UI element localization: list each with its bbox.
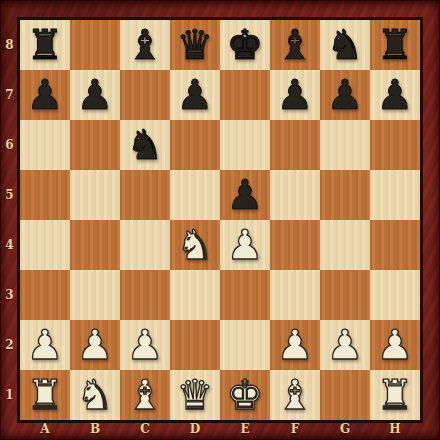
square-b2[interactable]: ♟ — [70, 320, 120, 370]
black-pawn-e5[interactable]: ♟ — [227, 170, 264, 220]
square-e2[interactable] — [220, 320, 270, 370]
rank-label-2: 2 — [0, 320, 17, 370]
black-pawn-b7[interactable]: ♟ — [77, 70, 114, 120]
board-outline: ♜♝♛♚♝♞♜♟♟♟♟♟♟♞♟♞♟♟♟♟♟♟♟♜♞♝♛♚♝♜ — [17, 17, 423, 423]
square-h1[interactable]: ♜ — [370, 370, 420, 420]
file-label-g: G — [320, 420, 370, 437]
square-b8[interactable] — [70, 20, 120, 70]
square-a5[interactable] — [20, 170, 70, 220]
square-a3[interactable] — [20, 270, 70, 320]
square-e5[interactable]: ♟ — [220, 170, 270, 220]
square-h5[interactable] — [370, 170, 420, 220]
black-pawn-d7[interactable]: ♟ — [177, 70, 214, 120]
square-f3[interactable] — [270, 270, 320, 320]
file-label-f: F — [270, 420, 320, 437]
square-f5[interactable] — [270, 170, 320, 220]
square-e1[interactable]: ♚ — [220, 370, 270, 420]
white-bishop-f1[interactable]: ♝ — [277, 370, 314, 420]
square-g5[interactable] — [320, 170, 370, 220]
rank-label-1: 1 — [0, 370, 17, 420]
square-e3[interactable] — [220, 270, 270, 320]
square-d1[interactable]: ♛ — [170, 370, 220, 420]
square-b5[interactable] — [70, 170, 120, 220]
black-pawn-g7[interactable]: ♟ — [327, 70, 364, 120]
white-pawn-h2[interactable]: ♟ — [377, 320, 414, 370]
file-labels: ABCDEFGH — [20, 420, 420, 437]
file-label-c: C — [120, 420, 170, 437]
square-g4[interactable] — [320, 220, 370, 270]
square-c3[interactable] — [120, 270, 170, 320]
square-c2[interactable]: ♟ — [120, 320, 170, 370]
rank-labels: 87654321 — [0, 20, 17, 420]
square-c6[interactable]: ♞ — [120, 120, 170, 170]
file-label-h: H — [370, 420, 420, 437]
square-h6[interactable] — [370, 120, 420, 170]
black-pawn-h7[interactable]: ♟ — [377, 70, 414, 120]
rank-label-8: 8 — [0, 20, 17, 70]
square-e6[interactable] — [220, 120, 270, 170]
square-f6[interactable] — [270, 120, 320, 170]
square-b3[interactable] — [70, 270, 120, 320]
board-frame: 87654321 ♜♝♛♚♝♞♜♟♟♟♟♟♟♞♟♞♟♟♟♟♟♟♟♜♞♝♛♚♝♜ … — [0, 0, 440, 440]
square-d5[interactable] — [170, 170, 220, 220]
square-c7[interactable] — [120, 70, 170, 120]
white-knight-d4[interactable]: ♞ — [177, 220, 214, 270]
rank-label-4: 4 — [0, 220, 17, 270]
rank-label-6: 6 — [0, 120, 17, 170]
square-c5[interactable] — [120, 170, 170, 220]
square-h7[interactable]: ♟ — [370, 70, 420, 120]
black-pawn-a7[interactable]: ♟ — [27, 70, 64, 120]
square-f7[interactable]: ♟ — [270, 70, 320, 120]
square-h4[interactable] — [370, 220, 420, 270]
square-a8[interactable]: ♜ — [20, 20, 70, 70]
square-d6[interactable] — [170, 120, 220, 170]
square-d3[interactable] — [170, 270, 220, 320]
square-h2[interactable]: ♟ — [370, 320, 420, 370]
square-a4[interactable] — [20, 220, 70, 270]
square-h3[interactable] — [370, 270, 420, 320]
square-g1[interactable] — [320, 370, 370, 420]
square-e7[interactable] — [220, 70, 270, 120]
file-label-d: D — [170, 420, 220, 437]
square-c8[interactable]: ♝ — [120, 20, 170, 70]
black-pawn-f7[interactable]: ♟ — [277, 70, 314, 120]
square-c1[interactable]: ♝ — [120, 370, 170, 420]
black-rook-h8[interactable]: ♜ — [377, 20, 414, 70]
square-b7[interactable]: ♟ — [70, 70, 120, 120]
file-label-e: E — [220, 420, 270, 437]
square-d8[interactable]: ♛ — [170, 20, 220, 70]
black-knight-c6[interactable]: ♞ — [127, 120, 164, 170]
square-f8[interactable]: ♝ — [270, 20, 320, 70]
white-queen-d1[interactable]: ♛ — [177, 370, 214, 420]
file-label-b: B — [70, 420, 120, 437]
file-label-a: A — [20, 420, 70, 437]
white-pawn-e4[interactable]: ♟ — [227, 220, 264, 270]
rank-label-3: 3 — [0, 270, 17, 320]
black-knight-g8[interactable]: ♞ — [327, 20, 364, 70]
square-a6[interactable] — [20, 120, 70, 170]
white-rook-h1[interactable]: ♜ — [377, 370, 414, 420]
white-pawn-g2[interactable]: ♟ — [327, 320, 364, 370]
white-rook-a1[interactable]: ♜ — [27, 370, 64, 420]
square-b1[interactable]: ♞ — [70, 370, 120, 420]
square-a7[interactable]: ♟ — [20, 70, 70, 120]
rank-label-7: 7 — [0, 70, 17, 120]
square-c4[interactable] — [120, 220, 170, 270]
square-h8[interactable]: ♜ — [370, 20, 420, 70]
chess-board: ♜♝♛♚♝♞♜♟♟♟♟♟♟♞♟♞♟♟♟♟♟♟♟♜♞♝♛♚♝♜ — [20, 20, 420, 420]
black-bishop-c8[interactable]: ♝ — [127, 20, 164, 70]
square-b4[interactable] — [70, 220, 120, 270]
black-rook-a8[interactable]: ♜ — [27, 20, 64, 70]
rank-label-5: 5 — [0, 170, 17, 220]
square-g8[interactable]: ♞ — [320, 20, 370, 70]
square-g6[interactable] — [320, 120, 370, 170]
square-a2[interactable]: ♟ — [20, 320, 70, 370]
square-d2[interactable] — [170, 320, 220, 370]
square-d4[interactable]: ♞ — [170, 220, 220, 270]
white-pawn-a2[interactable]: ♟ — [27, 320, 64, 370]
white-pawn-f2[interactable]: ♟ — [277, 320, 314, 370]
square-g7[interactable]: ♟ — [320, 70, 370, 120]
white-pawn-c2[interactable]: ♟ — [127, 320, 164, 370]
square-f4[interactable] — [270, 220, 320, 270]
black-bishop-f8[interactable]: ♝ — [277, 20, 314, 70]
square-g2[interactable]: ♟ — [320, 320, 370, 370]
black-king-e8[interactable]: ♚ — [227, 20, 264, 70]
square-a1[interactable]: ♜ — [20, 370, 70, 420]
white-pawn-b2[interactable]: ♟ — [77, 320, 114, 370]
square-d7[interactable]: ♟ — [170, 70, 220, 120]
square-f1[interactable]: ♝ — [270, 370, 320, 420]
white-bishop-c1[interactable]: ♝ — [127, 370, 164, 420]
black-queen-d8[interactable]: ♛ — [177, 20, 214, 70]
white-king-e1[interactable]: ♚ — [227, 370, 264, 420]
white-knight-b1[interactable]: ♞ — [77, 370, 114, 420]
square-b6[interactable] — [70, 120, 120, 170]
square-g3[interactable] — [320, 270, 370, 320]
square-f2[interactable]: ♟ — [270, 320, 320, 370]
square-e8[interactable]: ♚ — [220, 20, 270, 70]
square-e4[interactable]: ♟ — [220, 220, 270, 270]
